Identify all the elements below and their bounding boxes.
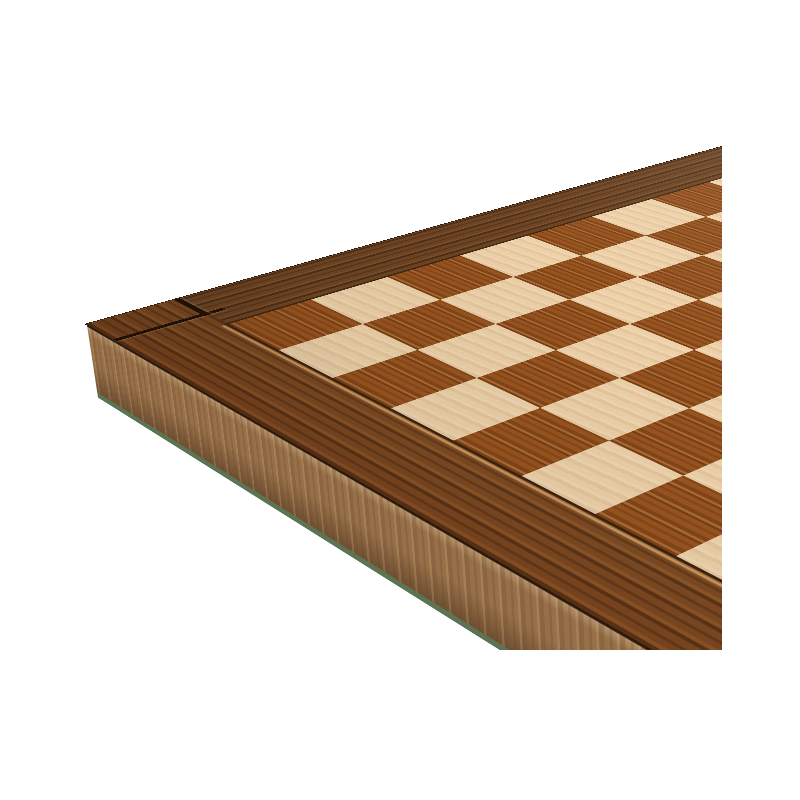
chessboard-product-photo [24,140,722,650]
perspective-scene [24,140,722,650]
chess-board [84,140,722,650]
